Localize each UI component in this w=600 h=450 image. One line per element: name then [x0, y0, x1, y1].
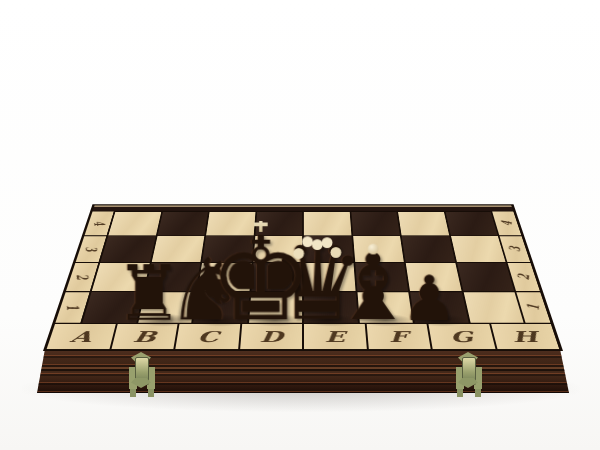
product-photo-scene: 4433221♜♞♚♛♝♟1 ABCDEFGH — [0, 0, 600, 450]
rank-label-right-1: 1 — [516, 292, 550, 323]
clasp-left — [124, 354, 158, 386]
rank-label-text: 2 — [73, 273, 92, 280]
square-d1: ♚ — [249, 292, 303, 323]
rank-label-right-2: 2 — [508, 263, 540, 291]
rank-label-text: 3 — [506, 246, 524, 253]
square-h1 — [463, 292, 523, 323]
box-front-face — [37, 349, 569, 393]
queen-balls5-finial — [312, 239, 323, 250]
board-squares-grid: 4433221♜♞♚♛♝♟1 — [55, 212, 550, 323]
square-h4 — [445, 212, 498, 236]
rank-label-text: 4 — [498, 220, 515, 226]
clasp-right — [451, 354, 485, 386]
rank-label-text: 3 — [82, 246, 100, 253]
square-g4 — [398, 212, 449, 236]
square-h3 — [451, 236, 506, 262]
rank-label-text: 2 — [514, 273, 533, 280]
square-b4 — [157, 212, 208, 236]
file-label-text: G — [448, 328, 474, 345]
rank-label-left-1: 1 — [55, 292, 89, 323]
file-label-h: H — [491, 324, 560, 349]
file-label-a: A — [47, 324, 116, 349]
file-label-text: H — [510, 328, 540, 345]
rank-label-text: 1 — [523, 303, 543, 311]
square-g1: ♟ — [410, 292, 468, 323]
king-cross-finial — [254, 217, 268, 232]
square-h2 — [457, 263, 515, 291]
board-surface: 4433221♜♞♚♛♝♟1 ABCDEFGH — [43, 204, 563, 351]
board-fold-edge — [93, 205, 513, 210]
rank-label-left-2: 2 — [66, 263, 98, 291]
rank-label-text: 4 — [91, 220, 108, 226]
rank-label-text: 1 — [63, 303, 83, 311]
piece-king-d1: ♚ — [209, 221, 313, 337]
file-label-text: A — [69, 328, 95, 345]
bishop-ball-finial — [368, 244, 379, 255]
chess-board: 4433221♜♞♚♛♝♟1 ABCDEFGH — [43, 204, 563, 351]
square-a4 — [108, 212, 161, 236]
square-f1: ♝ — [357, 292, 413, 323]
